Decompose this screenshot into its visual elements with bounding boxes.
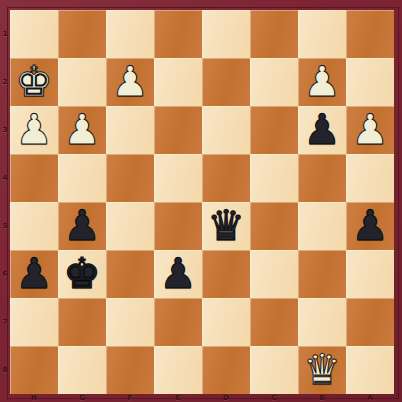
black-pawn[interactable]: ♟ — [351, 202, 389, 250]
black-king[interactable]: ♚ — [63, 250, 101, 298]
square-a2[interactable] — [346, 58, 394, 106]
square-a1[interactable] — [346, 10, 394, 58]
chess-board: ♚♟♟♟♟♟♟♟♛♟♟♚♟♛ — [10, 10, 394, 394]
rank-label-3: 3 — [0, 106, 10, 154]
square-h6[interactable]: ♟ — [10, 250, 58, 298]
square-d6[interactable] — [202, 250, 250, 298]
square-b7[interactable] — [298, 298, 346, 346]
square-c4[interactable] — [250, 154, 298, 202]
square-f7[interactable] — [106, 298, 154, 346]
square-c6[interactable] — [250, 250, 298, 298]
square-f5[interactable] — [106, 202, 154, 250]
square-h1[interactable] — [10, 10, 58, 58]
square-c5[interactable] — [250, 202, 298, 250]
square-g8[interactable] — [58, 346, 106, 394]
square-f4[interactable] — [106, 154, 154, 202]
square-h8[interactable] — [10, 346, 58, 394]
square-d2[interactable] — [202, 58, 250, 106]
square-g3[interactable]: ♟ — [58, 106, 106, 154]
white-pawn[interactable]: ♟ — [15, 106, 53, 154]
square-d1[interactable] — [202, 10, 250, 58]
rank-label-1: 1 — [0, 10, 10, 58]
rank-label-8: 8 — [0, 346, 10, 394]
black-pawn[interactable]: ♟ — [63, 202, 101, 250]
black-pawn[interactable]: ♟ — [15, 250, 53, 298]
white-pawn[interactable]: ♟ — [111, 58, 149, 106]
square-h7[interactable] — [10, 298, 58, 346]
square-a6[interactable] — [346, 250, 394, 298]
square-g7[interactable] — [58, 298, 106, 346]
square-c2[interactable] — [250, 58, 298, 106]
square-g1[interactable] — [58, 10, 106, 58]
file-label-h: H — [10, 394, 58, 402]
square-b1[interactable] — [298, 10, 346, 58]
square-g6[interactable]: ♚ — [58, 250, 106, 298]
rank-label-7: 7 — [0, 298, 10, 346]
square-c3[interactable] — [250, 106, 298, 154]
square-g2[interactable] — [58, 58, 106, 106]
square-e2[interactable] — [154, 58, 202, 106]
white-pawn[interactable]: ♟ — [351, 106, 389, 154]
square-d3[interactable] — [202, 106, 250, 154]
square-f8[interactable] — [106, 346, 154, 394]
square-f1[interactable] — [106, 10, 154, 58]
square-a3[interactable]: ♟ — [346, 106, 394, 154]
file-label-e: E — [154, 394, 202, 402]
file-labels: HGFEDCBA — [10, 394, 394, 402]
square-d8[interactable] — [202, 346, 250, 394]
square-e8[interactable] — [154, 346, 202, 394]
square-h3[interactable]: ♟ — [10, 106, 58, 154]
file-label-b: B — [298, 394, 346, 402]
white-queen[interactable]: ♛ — [303, 346, 341, 394]
square-g4[interactable] — [58, 154, 106, 202]
square-d7[interactable] — [202, 298, 250, 346]
white-pawn[interactable]: ♟ — [63, 106, 101, 154]
file-label-f: F — [106, 394, 154, 402]
square-a4[interactable] — [346, 154, 394, 202]
square-c1[interactable] — [250, 10, 298, 58]
square-d4[interactable] — [202, 154, 250, 202]
file-label-c: C — [250, 394, 298, 402]
square-b2[interactable]: ♟ — [298, 58, 346, 106]
black-pawn[interactable]: ♟ — [303, 106, 341, 154]
square-b3[interactable]: ♟ — [298, 106, 346, 154]
square-b6[interactable] — [298, 250, 346, 298]
square-d5[interactable]: ♛ — [202, 202, 250, 250]
square-f3[interactable] — [106, 106, 154, 154]
black-queen[interactable]: ♛ — [207, 202, 245, 250]
square-e4[interactable] — [154, 154, 202, 202]
rank-label-5: 5 — [0, 202, 10, 250]
square-a7[interactable] — [346, 298, 394, 346]
square-h4[interactable] — [10, 154, 58, 202]
square-a8[interactable] — [346, 346, 394, 394]
square-b8[interactable]: ♛ — [298, 346, 346, 394]
square-a5[interactable]: ♟ — [346, 202, 394, 250]
square-h2[interactable]: ♚ — [10, 58, 58, 106]
square-b5[interactable] — [298, 202, 346, 250]
square-f2[interactable]: ♟ — [106, 58, 154, 106]
file-label-g: G — [58, 394, 106, 402]
square-g5[interactable]: ♟ — [58, 202, 106, 250]
square-f6[interactable] — [106, 250, 154, 298]
rank-labels: 12345678 — [0, 10, 10, 394]
white-pawn[interactable]: ♟ — [303, 58, 341, 106]
file-label-a: A — [346, 394, 394, 402]
file-label-d: D — [202, 394, 250, 402]
black-pawn[interactable]: ♟ — [159, 250, 197, 298]
square-e5[interactable] — [154, 202, 202, 250]
square-e7[interactable] — [154, 298, 202, 346]
square-c7[interactable] — [250, 298, 298, 346]
square-h5[interactable] — [10, 202, 58, 250]
white-king[interactable]: ♚ — [15, 58, 53, 106]
rank-label-2: 2 — [0, 58, 10, 106]
square-e3[interactable] — [154, 106, 202, 154]
square-e6[interactable]: ♟ — [154, 250, 202, 298]
square-c8[interactable] — [250, 346, 298, 394]
square-b4[interactable] — [298, 154, 346, 202]
rank-label-4: 4 — [0, 154, 10, 202]
rank-label-6: 6 — [0, 250, 10, 298]
square-e1[interactable] — [154, 10, 202, 58]
board-frame: ♚♟♟♟♟♟♟♟♛♟♟♚♟♛ 12345678 HGFEDCBA — [0, 0, 402, 402]
